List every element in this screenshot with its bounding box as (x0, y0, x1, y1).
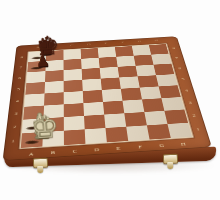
board-perspective-wrapper: AABBCCDDEEFFGGHH1122334455667788 ♜♞♝♛♚♝♞… (0, 0, 213, 158)
brass-clasp-right (163, 154, 178, 165)
pieces-layer: ♜♞♝♛♚♝♞♜♟♟♟♟♟♟♟♟♟♟♟♟♟♟♟♟♜♞♝♛♚♝♞♜ (3, 36, 212, 161)
white-king-glyph: ♚ (30, 113, 32, 142)
chess-set-photo: AABBCCDDEEFFGGHH1122334455667788 ♜♞♝♛♚♝♞… (0, 0, 220, 200)
chess-board: AABBCCDDEEFFGGHH1122334455667788 ♜♞♝♛♚♝♞… (3, 36, 212, 161)
brass-clasp-left (33, 158, 48, 169)
brass-clasp-hook-icon (37, 166, 43, 173)
brass-clasp-hook-icon (167, 162, 173, 169)
piece-white-king-a1[interactable]: ♚ (32, 123, 33, 142)
black-pawn-glyph: ♟ (36, 54, 37, 68)
piece-black-pawn-a7[interactable]: ♟ (37, 60, 38, 68)
